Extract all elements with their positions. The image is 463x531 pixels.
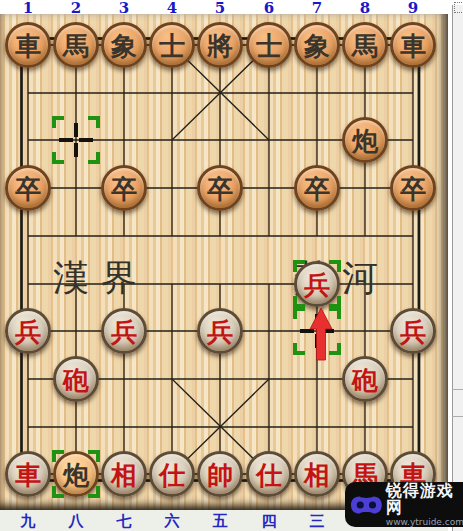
piece-black-elephant[interactable]: 象 — [294, 22, 340, 68]
piece-red-soldier[interactable]: 兵 — [197, 308, 243, 354]
col-label-bottom-2: 八 — [69, 514, 84, 529]
piece-glyph: 象 — [111, 33, 137, 59]
piece-glyph: 車 — [15, 33, 41, 59]
piece-glyph: 卒 — [304, 176, 330, 202]
piece-glyph: 仕 — [256, 462, 282, 488]
piece-red-soldier[interactable]: 兵 — [390, 308, 436, 354]
col-label-bottom-6: 四 — [262, 514, 277, 529]
piece-black-soldier[interactable]: 卒 — [294, 165, 340, 211]
piece-black-soldier[interactable]: 卒 — [101, 165, 147, 211]
side-panel-divider — [452, 389, 463, 390]
piece-black-chariot[interactable]: 車 — [5, 22, 51, 68]
piece-red-chariot[interactable]: 車 — [5, 451, 51, 497]
piece-red-advisor[interactable]: 仕 — [246, 451, 292, 497]
move-marker-from — [52, 116, 100, 164]
piece-black-horse[interactable]: 馬 — [342, 22, 388, 68]
piece-red-elephant[interactable]: 相 — [294, 451, 340, 497]
piece-glyph: 砲 — [352, 367, 378, 393]
watermark-badge: 锐得游戏网 www.ytruide.com — [345, 482, 463, 527]
gamepad-icon — [351, 494, 382, 516]
piece-red-soldier[interactable]: 兵 — [5, 308, 51, 354]
piece-glyph: 相 — [111, 462, 137, 488]
piece-glyph: 將 — [207, 33, 233, 59]
piece-glyph: 炮 — [352, 128, 378, 154]
piece-glyph: 馬 — [352, 33, 378, 59]
col-label-bottom-3: 七 — [117, 514, 132, 529]
piece-black-horse[interactable]: 馬 — [53, 22, 99, 68]
piece-red-advisor[interactable]: 仕 — [149, 451, 195, 497]
watermark-site-url: www.ytruide.com — [386, 517, 463, 528]
piece-black-cannon[interactable]: 炮 — [342, 117, 388, 163]
piece-black-advisor[interactable]: 士 — [246, 22, 292, 68]
piece-black-general[interactable]: 將 — [197, 22, 243, 68]
piece-glyph: 兵 — [111, 319, 137, 345]
top-coordinate-strip: 123456789 — [0, 0, 463, 14]
piece-glyph: 馬 — [63, 33, 89, 59]
piece-red-general[interactable]: 帥 — [197, 451, 243, 497]
col-label-bottom-4: 六 — [165, 514, 180, 529]
side-panel-edge — [448, 0, 463, 531]
focus-rect-fragment — [454, 2, 463, 13]
piece-black-elephant[interactable]: 象 — [101, 22, 147, 68]
col-label-bottom-7: 三 — [310, 514, 325, 529]
move-arrow-up-icon — [308, 306, 334, 362]
piece-glyph: 兵 — [15, 319, 41, 345]
piece-black-soldier[interactable]: 卒 — [197, 165, 243, 211]
piece-black-soldier[interactable]: 卒 — [390, 165, 436, 211]
piece-black-advisor[interactable]: 士 — [149, 22, 195, 68]
piece-glyph: 士 — [159, 33, 185, 59]
col-label-bottom-1: 九 — [21, 514, 36, 529]
piece-glyph: 仕 — [159, 462, 185, 488]
piece-glyph: 相 — [304, 462, 330, 488]
piece-red-cannon[interactable]: 砲 — [53, 356, 99, 402]
piece-red-soldier[interactable]: 兵 — [101, 308, 147, 354]
side-panel-divider — [452, 416, 463, 417]
piece-glyph: 車 — [400, 33, 426, 59]
piece-glyph: 卒 — [111, 176, 137, 202]
xiangqi-app-screen: 123456789 漢界 楚河 車馬象士將士象馬車炮卒卒卒卒卒兵兵兵兵兵砲砲車炮… — [0, 0, 463, 531]
piece-red-cannon[interactable]: 砲 — [342, 356, 388, 402]
piece-glyph: 帥 — [207, 462, 233, 488]
piece-glyph: 卒 — [207, 176, 233, 202]
river-label-left: 漢界 — [53, 254, 149, 303]
move-marker-to — [293, 260, 341, 308]
piece-glyph: 象 — [304, 33, 330, 59]
move-marker-to — [52, 450, 100, 498]
piece-black-soldier[interactable]: 卒 — [5, 165, 51, 211]
piece-glyph: 士 — [256, 33, 282, 59]
piece-glyph: 卒 — [15, 176, 41, 202]
piece-black-chariot[interactable]: 車 — [390, 22, 436, 68]
col-label-bottom-5: 五 — [213, 514, 228, 529]
piece-glyph: 砲 — [63, 367, 89, 393]
piece-glyph: 卒 — [400, 176, 426, 202]
side-panel-surface — [452, 5, 463, 531]
watermark-site-name: 锐得游戏网 — [386, 482, 463, 517]
piece-glyph: 車 — [15, 462, 41, 488]
piece-red-elephant[interactable]: 相 — [101, 451, 147, 497]
piece-glyph: 兵 — [400, 319, 426, 345]
piece-glyph: 兵 — [207, 319, 233, 345]
xiangqi-board[interactable]: 漢界 楚河 車馬象士將士象馬車炮卒卒卒卒卒兵兵兵兵兵砲砲車炮相仕帥仕相馬車 — [0, 14, 448, 510]
